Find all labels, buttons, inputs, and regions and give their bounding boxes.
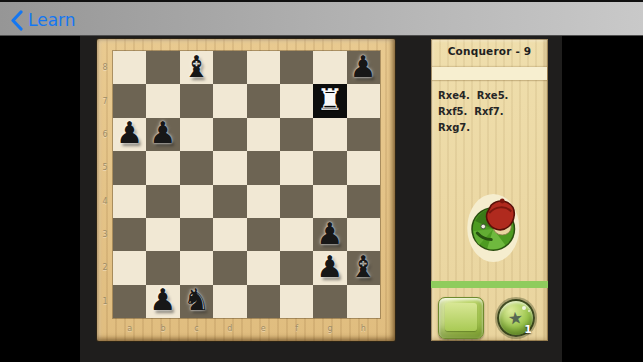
square-h7[interactable] [347, 84, 380, 117]
square-b5[interactable] [146, 151, 179, 184]
rank-label-6: 6 [97, 118, 113, 151]
piece-black-pawn[interactable]: ♟ [316, 252, 343, 282]
square-h2[interactable]: ♝ [347, 251, 380, 284]
conqueror-mascot-icon [466, 192, 520, 264]
file-label-f: f [280, 320, 313, 336]
rank-labels: 87654321 [97, 51, 113, 318]
square-g8[interactable] [313, 51, 346, 84]
move-text: Rxg7. [438, 120, 470, 136]
move-text: Rxe5. [477, 88, 509, 104]
piece-black-bishop[interactable]: ♝ [183, 52, 210, 82]
square-h3[interactable] [347, 218, 380, 251]
square-h8[interactable]: ♟ [347, 51, 380, 84]
piece-black-pawn[interactable]: ♟ [116, 118, 143, 148]
navigation-bar: Learn [0, 0, 643, 36]
square-a3[interactable] [113, 218, 146, 251]
square-b8[interactable] [146, 51, 179, 84]
piece-black-bishop[interactable]: ♝ [350, 252, 377, 282]
piece-black-pawn[interactable]: ♟ [150, 118, 177, 148]
app-screen: Learn 87654321 abcdefgh ♝♟♜♟♟♟♟♝♟♞ Conqu… [0, 0, 643, 362]
file-label-c: c [180, 320, 213, 336]
solution-moves-text: Rxe4.Rxe5.Rxf5.Rxf7.Rxg7. [438, 88, 545, 136]
piece-black-pawn[interactable]: ♟ [316, 219, 343, 249]
rank-label-3: 3 [97, 218, 113, 251]
move-text: Rxf5. [438, 104, 467, 120]
file-label-d: d [213, 320, 246, 336]
puzzle-title: Conqueror - 9 [431, 45, 548, 57]
square-b1[interactable]: ♟ [146, 285, 179, 318]
square-g5[interactable] [313, 151, 346, 184]
square-a8[interactable] [113, 51, 146, 84]
square-d4[interactable] [213, 185, 246, 218]
piece-black-knight[interactable]: ♞ [183, 285, 210, 315]
square-a7[interactable] [113, 84, 146, 117]
square-e2[interactable] [247, 251, 280, 284]
rank-label-7: 7 [97, 84, 113, 117]
square-h6[interactable] [347, 118, 380, 151]
square-b7[interactable] [146, 84, 179, 117]
square-h5[interactable] [347, 151, 380, 184]
file-label-e: e [247, 320, 280, 336]
back-button[interactable]: Learn [10, 7, 76, 33]
square-h4[interactable] [347, 185, 380, 218]
star-count-badge: 1 [524, 323, 532, 336]
square-f4[interactable] [280, 185, 313, 218]
rank-label-5: 5 [97, 151, 113, 184]
square-c5[interactable] [180, 151, 213, 184]
square-a4[interactable] [113, 185, 146, 218]
green-divider-stripe [431, 281, 548, 288]
square-d3[interactable] [213, 218, 246, 251]
back-button-label: Learn [28, 12, 76, 29]
star-icon: ★ [508, 309, 525, 328]
move-text: Rxf7. [474, 104, 503, 120]
square-c1[interactable]: ♞ [180, 285, 213, 318]
square-c7[interactable] [180, 84, 213, 117]
square-d7[interactable] [213, 84, 246, 117]
square-d8[interactable] [213, 51, 246, 84]
file-label-h: h [347, 320, 380, 336]
board-grid[interactable]: ♝♟♜♟♟♟♟♝♟♞ [113, 51, 380, 318]
puzzle-sidebar: Conqueror - 9 Rxe4.Rxe5.Rxf5.Rxf7.Rxg7. [431, 39, 548, 341]
square-g3[interactable]: ♟ [313, 218, 346, 251]
rank-label-2: 2 [97, 251, 113, 284]
square-f3[interactable] [280, 218, 313, 251]
square-g4[interactable] [313, 185, 346, 218]
star-rating-button[interactable]: ★ 1 [497, 299, 535, 337]
square-c4[interactable] [180, 185, 213, 218]
square-b3[interactable] [146, 218, 179, 251]
piece-white-rook[interactable]: ♜ [316, 85, 343, 115]
glint-decoration [522, 306, 526, 310]
square-g7[interactable]: ♜ [313, 84, 346, 117]
square-c8[interactable]: ♝ [180, 51, 213, 84]
square-f2[interactable] [280, 251, 313, 284]
square-c2[interactable] [180, 251, 213, 284]
square-g1[interactable] [313, 285, 346, 318]
rank-label-4: 4 [97, 185, 113, 218]
file-labels: abcdefgh [113, 320, 380, 336]
square-e7[interactable] [247, 84, 280, 117]
square-e1[interactable] [247, 285, 280, 318]
square-e6[interactable] [247, 118, 280, 151]
rank-label-1: 1 [97, 285, 113, 318]
square-g6[interactable] [313, 118, 346, 151]
back-chevron-icon [10, 10, 23, 31]
square-c3[interactable] [180, 218, 213, 251]
square-e8[interactable] [247, 51, 280, 84]
file-label-b: b [146, 320, 179, 336]
square-b2[interactable] [146, 251, 179, 284]
square-f1[interactable] [280, 285, 313, 318]
square-h1[interactable] [347, 285, 380, 318]
piece-black-pawn[interactable]: ♟ [350, 52, 377, 82]
square-g2[interactable]: ♟ [313, 251, 346, 284]
square-a2[interactable] [113, 251, 146, 284]
square-f8[interactable] [280, 51, 313, 84]
square-d2[interactable] [213, 251, 246, 284]
square-d1[interactable] [213, 285, 246, 318]
square-a6[interactable]: ♟ [113, 118, 146, 151]
file-label-g: g [313, 320, 346, 336]
title-underline-band [432, 67, 547, 80]
square-e4[interactable] [247, 185, 280, 218]
piece-black-pawn[interactable]: ♟ [150, 285, 177, 315]
square-d5[interactable] [213, 151, 246, 184]
chess-board: 87654321 abcdefgh ♝♟♜♟♟♟♟♝♟♞ [97, 39, 395, 341]
square-a5[interactable] [113, 151, 146, 184]
square-c6[interactable] [180, 118, 213, 151]
file-label-a: a [113, 320, 146, 336]
square-f6[interactable] [280, 118, 313, 151]
square-e3[interactable] [247, 218, 280, 251]
square-b4[interactable] [146, 185, 179, 218]
rank-label-8: 8 [97, 51, 113, 84]
square-f5[interactable] [280, 151, 313, 184]
move-text: Rxe4. [438, 88, 470, 104]
square-b6[interactable]: ♟ [146, 118, 179, 151]
square-f7[interactable] [280, 84, 313, 117]
square-d6[interactable] [213, 118, 246, 151]
square-a1[interactable] [113, 285, 146, 318]
board-button[interactable] [438, 297, 484, 339]
square-e5[interactable] [247, 151, 280, 184]
